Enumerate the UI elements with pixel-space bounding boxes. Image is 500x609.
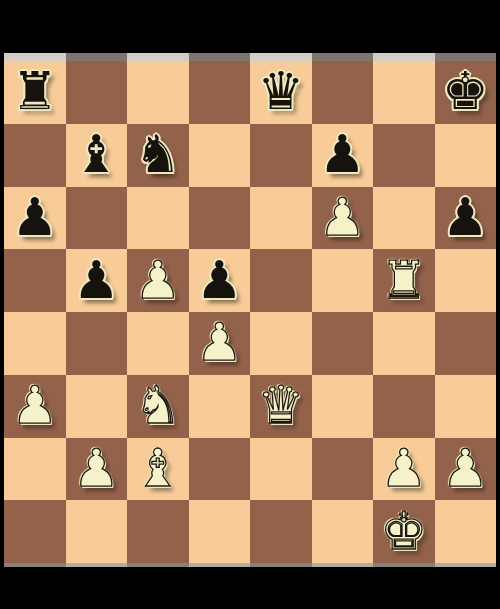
square-g1[interactable]: ♚ — [373, 500, 435, 563]
square-e6[interactable] — [250, 187, 312, 250]
square-c6[interactable] — [127, 187, 189, 250]
square-g5[interactable]: ♜ — [373, 249, 435, 312]
square-a2[interactable] — [4, 438, 66, 501]
square-a1[interactable] — [4, 500, 66, 563]
square-h8[interactable]: ♚ — [435, 61, 497, 124]
piece-white-pawn[interactable]: ♟ — [134, 254, 181, 306]
piece-white-rook[interactable]: ♜ — [380, 254, 427, 306]
board-edge-segment — [189, 563, 251, 567]
square-f4[interactable] — [312, 312, 374, 375]
board-edge-segment — [127, 53, 189, 61]
square-a8[interactable]: ♜ — [4, 61, 66, 124]
piece-white-pawn[interactable]: ♟ — [73, 442, 120, 494]
square-b7[interactable]: ♝ — [66, 124, 128, 187]
square-h1[interactable] — [435, 500, 497, 563]
board-edge-segment — [250, 53, 312, 61]
square-c4[interactable] — [127, 312, 189, 375]
piece-white-pawn[interactable]: ♟ — [442, 442, 489, 494]
square-c5[interactable]: ♟ — [127, 249, 189, 312]
board-edge-segment — [189, 53, 251, 61]
square-a5[interactable] — [4, 249, 66, 312]
board-edge-segment — [4, 53, 66, 61]
square-d2[interactable] — [189, 438, 251, 501]
piece-black-queen[interactable]: ♛ — [257, 65, 304, 117]
square-c2[interactable]: ♝ — [127, 438, 189, 501]
piece-black-rook[interactable]: ♜ — [11, 65, 58, 117]
square-f3[interactable] — [312, 375, 374, 438]
board-squares: ♜♛♚♝♞♟♟♟♟♟♟♟♜♟♟♞♛♟♝♟♟♚ — [4, 61, 496, 563]
square-d1[interactable] — [189, 500, 251, 563]
piece-black-pawn[interactable]: ♟ — [319, 128, 366, 180]
square-c3[interactable]: ♞ — [127, 375, 189, 438]
square-f6[interactable]: ♟ — [312, 187, 374, 250]
square-a4[interactable] — [4, 312, 66, 375]
square-h6[interactable]: ♟ — [435, 187, 497, 250]
square-g8[interactable] — [373, 61, 435, 124]
square-e7[interactable] — [250, 124, 312, 187]
square-g4[interactable] — [373, 312, 435, 375]
board-edge-segment — [66, 53, 128, 61]
chess-board: ♜♛♚♝♞♟♟♟♟♟♟♟♜♟♟♞♛♟♝♟♟♚ — [4, 53, 496, 567]
square-c7[interactable]: ♞ — [127, 124, 189, 187]
square-e2[interactable] — [250, 438, 312, 501]
piece-black-knight[interactable]: ♞ — [134, 128, 181, 180]
square-h4[interactable] — [435, 312, 497, 375]
square-b3[interactable] — [66, 375, 128, 438]
piece-white-queen[interactable]: ♛ — [257, 379, 304, 431]
square-f8[interactable] — [312, 61, 374, 124]
piece-black-king[interactable]: ♚ — [442, 65, 489, 117]
board-edge-segment — [127, 563, 189, 567]
piece-black-pawn[interactable]: ♟ — [73, 254, 120, 306]
piece-white-knight[interactable]: ♞ — [134, 379, 181, 431]
piece-white-bishop[interactable]: ♝ — [134, 442, 181, 494]
square-h2[interactable]: ♟ — [435, 438, 497, 501]
square-d4[interactable]: ♟ — [189, 312, 251, 375]
piece-white-pawn[interactable]: ♟ — [380, 442, 427, 494]
square-e8[interactable]: ♛ — [250, 61, 312, 124]
board-edge-segment — [435, 53, 497, 61]
square-b6[interactable] — [66, 187, 128, 250]
square-h3[interactable] — [435, 375, 497, 438]
screenshot-frame: ♜♛♚♝♞♟♟♟♟♟♟♟♜♟♟♞♛♟♝♟♟♚ — [0, 0, 500, 609]
board-edge-segment — [66, 563, 128, 567]
square-g3[interactable] — [373, 375, 435, 438]
piece-white-king[interactable]: ♚ — [380, 505, 427, 557]
square-d6[interactable] — [189, 187, 251, 250]
square-d7[interactable] — [189, 124, 251, 187]
square-e3[interactable]: ♛ — [250, 375, 312, 438]
square-d5[interactable]: ♟ — [189, 249, 251, 312]
square-d3[interactable] — [189, 375, 251, 438]
board-bottom-edge — [4, 563, 496, 567]
board-edge-segment — [373, 53, 435, 61]
square-f2[interactable] — [312, 438, 374, 501]
piece-white-pawn[interactable]: ♟ — [196, 316, 243, 368]
piece-black-pawn[interactable]: ♟ — [196, 254, 243, 306]
square-b4[interactable] — [66, 312, 128, 375]
board-edge-segment — [373, 563, 435, 567]
square-e4[interactable] — [250, 312, 312, 375]
square-f7[interactable]: ♟ — [312, 124, 374, 187]
square-e1[interactable] — [250, 500, 312, 563]
board-edge-segment — [250, 563, 312, 567]
square-a3[interactable]: ♟ — [4, 375, 66, 438]
square-h5[interactable] — [435, 249, 497, 312]
square-h7[interactable] — [435, 124, 497, 187]
square-g7[interactable] — [373, 124, 435, 187]
board-edge-segment — [312, 53, 374, 61]
square-b2[interactable]: ♟ — [66, 438, 128, 501]
board-edge-segment — [312, 563, 374, 567]
square-b8[interactable] — [66, 61, 128, 124]
square-e5[interactable] — [250, 249, 312, 312]
piece-white-pawn[interactable]: ♟ — [319, 191, 366, 243]
board-edge-segment — [435, 563, 497, 567]
piece-black-pawn[interactable]: ♟ — [442, 191, 489, 243]
piece-black-bishop[interactable]: ♝ — [73, 128, 120, 180]
square-a7[interactable] — [4, 124, 66, 187]
square-d8[interactable] — [189, 61, 251, 124]
square-a6[interactable]: ♟ — [4, 187, 66, 250]
square-c1[interactable] — [127, 500, 189, 563]
square-b5[interactable]: ♟ — [66, 249, 128, 312]
square-f5[interactable] — [312, 249, 374, 312]
piece-black-pawn[interactable]: ♟ — [11, 191, 58, 243]
square-b1[interactable] — [66, 500, 128, 563]
square-g6[interactable] — [373, 187, 435, 250]
square-c8[interactable] — [127, 61, 189, 124]
square-g2[interactable]: ♟ — [373, 438, 435, 501]
piece-white-pawn[interactable]: ♟ — [11, 379, 58, 431]
board-top-edge — [4, 53, 496, 61]
square-f1[interactable] — [312, 500, 374, 563]
board-edge-segment — [4, 563, 66, 567]
